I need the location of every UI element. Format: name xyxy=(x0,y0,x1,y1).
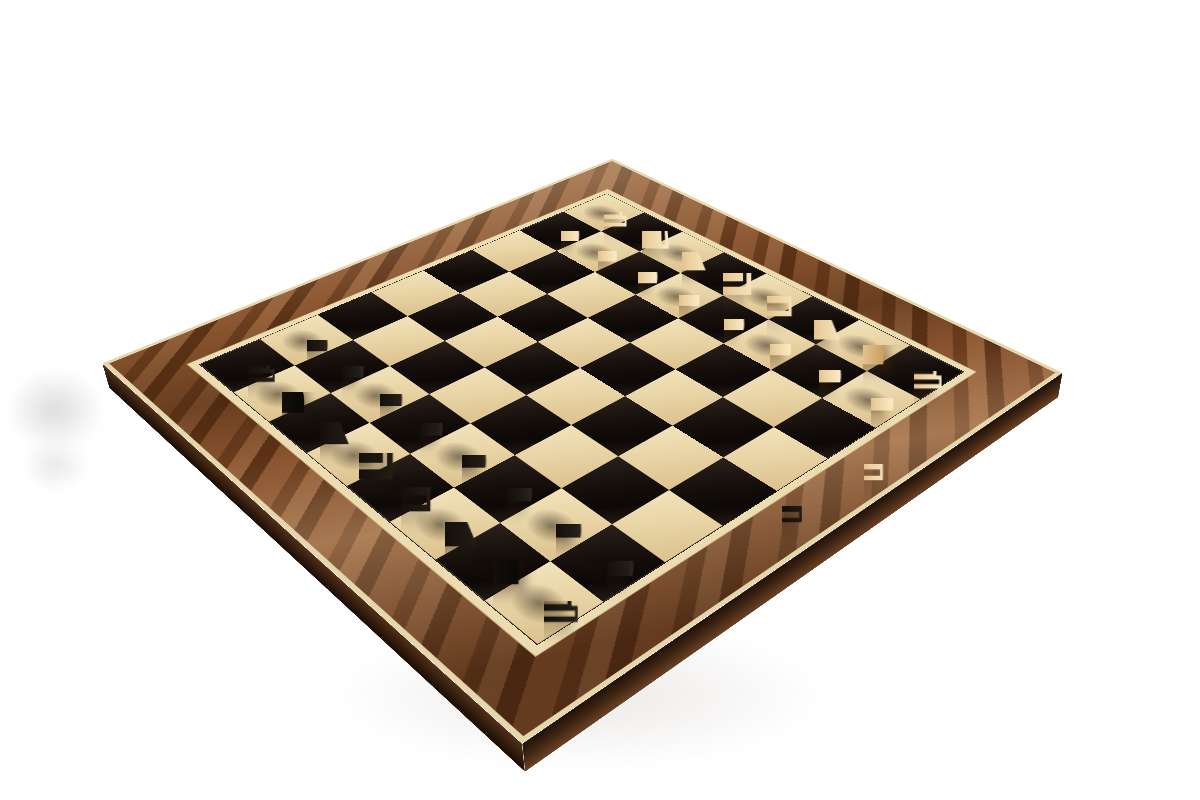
camera-scene: ♜♞♝♚♛♝♞♜♟♟♟♟♟♟♟♟♟♟♟♟♟♟♟♟♜♞♝♚♛♝♞♜ ♛♛ xyxy=(0,0,1200,800)
chess-board: ♜♞♝♚♛♝♞♜♟♟♟♟♟♟♟♟♟♟♟♟♟♟♟♟♜♞♝♚♛♝♞♜ ♛♛ xyxy=(102,159,1062,744)
photo-background: ♜♞♝♚♛♝♞♜♟♟♟♟♟♟♟♟♟♟♟♟♟♟♟♟♜♞♝♚♛♝♞♜ ♛♛ xyxy=(0,0,1200,800)
